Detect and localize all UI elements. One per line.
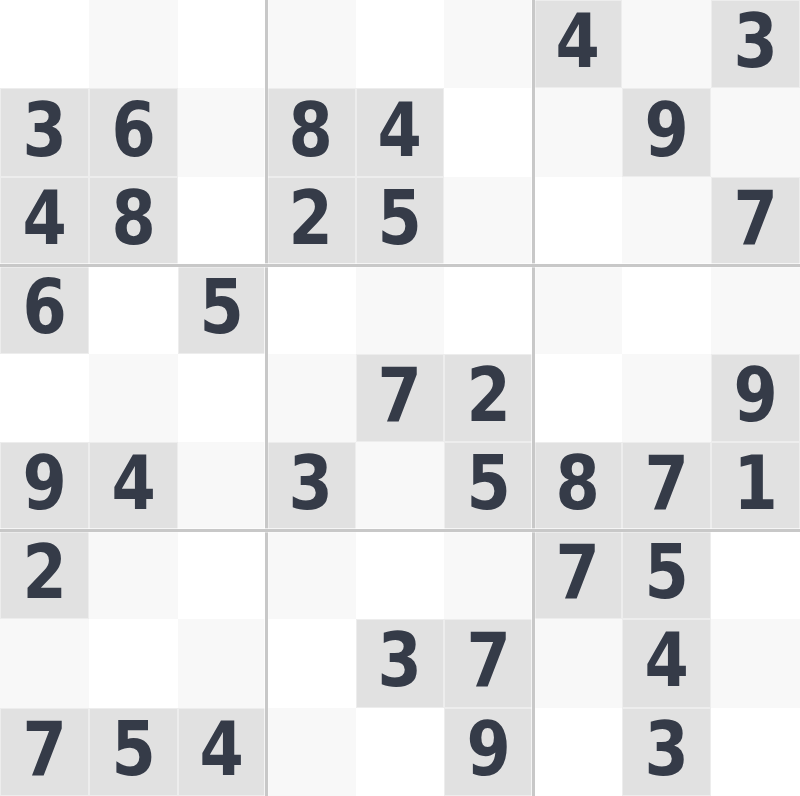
digit: 2 bbox=[467, 358, 511, 438]
sudoku-cell-r6c5[interactable] bbox=[356, 442, 445, 530]
sudoku-cell-r4c2[interactable] bbox=[89, 265, 178, 353]
sudoku-cell-r3c8[interactable] bbox=[622, 177, 711, 265]
sudoku-cell-r9c7[interactable] bbox=[533, 708, 622, 796]
digit: 7 bbox=[467, 623, 511, 703]
digit: 4 bbox=[200, 712, 244, 792]
sudoku-cell-r6c8[interactable]: 7 bbox=[622, 442, 711, 530]
sudoku-cell-r1c3[interactable] bbox=[178, 0, 267, 88]
digit: 9 bbox=[733, 358, 777, 438]
sudoku-board: 43368494825765729943587127537475493 bbox=[0, 0, 800, 796]
sudoku-cell-r3c6[interactable] bbox=[444, 177, 533, 265]
sudoku-cell-r8c5[interactable]: 3 bbox=[356, 619, 445, 707]
sudoku-cell-r8c8[interactable]: 4 bbox=[622, 619, 711, 707]
sudoku-cell-r4c7[interactable] bbox=[533, 265, 622, 353]
digit: 3 bbox=[289, 446, 333, 526]
digit: 5 bbox=[645, 535, 689, 615]
sudoku-cell-r6c1[interactable]: 9 bbox=[0, 442, 89, 530]
sudoku-cell-r7c3[interactable] bbox=[178, 531, 267, 619]
sudoku-cell-r7c2[interactable] bbox=[89, 531, 178, 619]
sudoku-cell-r9c8[interactable]: 3 bbox=[622, 708, 711, 796]
sudoku-cell-r6c2[interactable]: 4 bbox=[89, 442, 178, 530]
digit: 9 bbox=[645, 93, 689, 173]
sudoku-cell-r5c5[interactable]: 7 bbox=[356, 354, 445, 442]
sudoku-cell-r5c6[interactable]: 2 bbox=[444, 354, 533, 442]
sudoku-cell-r1c8[interactable] bbox=[622, 0, 711, 88]
sudoku-cell-r5c7[interactable] bbox=[533, 354, 622, 442]
sudoku-cell-r3c7[interactable] bbox=[533, 177, 622, 265]
sudoku-cell-r5c2[interactable] bbox=[89, 354, 178, 442]
sudoku-cell-r4c9[interactable] bbox=[711, 265, 800, 353]
sudoku-cell-r1c7[interactable]: 4 bbox=[533, 0, 622, 88]
digit: 5 bbox=[467, 446, 511, 526]
sudoku-cell-r3c4[interactable]: 2 bbox=[267, 177, 356, 265]
sudoku-cell-r4c8[interactable] bbox=[622, 265, 711, 353]
sudoku-cell-r7c1[interactable]: 2 bbox=[0, 531, 89, 619]
digit: 7 bbox=[733, 181, 777, 261]
sudoku-cell-r4c1[interactable]: 6 bbox=[0, 265, 89, 353]
sudoku-cell-r4c6[interactable] bbox=[444, 265, 533, 353]
sudoku-cell-r1c2[interactable] bbox=[89, 0, 178, 88]
digit: 3 bbox=[645, 712, 689, 792]
digit: 7 bbox=[645, 446, 689, 526]
sudoku-cell-r3c9[interactable]: 7 bbox=[711, 177, 800, 265]
sudoku-cell-r5c4[interactable] bbox=[267, 354, 356, 442]
sudoku-cell-r9c1[interactable]: 7 bbox=[0, 708, 89, 796]
sudoku-cell-r3c1[interactable]: 4 bbox=[0, 177, 89, 265]
digit: 5 bbox=[200, 270, 244, 350]
digit: 5 bbox=[378, 181, 422, 261]
sudoku-cell-r8c9[interactable] bbox=[711, 619, 800, 707]
digit: 4 bbox=[556, 4, 600, 84]
digit: 9 bbox=[22, 446, 66, 526]
sudoku-cell-r2c9[interactable] bbox=[711, 88, 800, 176]
sudoku-cell-r6c7[interactable]: 8 bbox=[533, 442, 622, 530]
sudoku-cell-r9c5[interactable] bbox=[356, 708, 445, 796]
digit: 2 bbox=[22, 535, 66, 615]
sudoku-cell-r2c3[interactable] bbox=[178, 88, 267, 176]
sudoku-cell-r8c6[interactable]: 7 bbox=[444, 619, 533, 707]
sudoku-cell-r5c3[interactable] bbox=[178, 354, 267, 442]
digit: 3 bbox=[378, 623, 422, 703]
digit: 7 bbox=[556, 535, 600, 615]
sudoku-cell-r6c4[interactable]: 3 bbox=[267, 442, 356, 530]
sudoku-cell-r6c9[interactable]: 1 bbox=[711, 442, 800, 530]
digit: 7 bbox=[22, 712, 66, 792]
digit: 8 bbox=[556, 446, 600, 526]
digit: 4 bbox=[22, 181, 66, 261]
sudoku-cell-r9c3[interactable]: 4 bbox=[178, 708, 267, 796]
sudoku-cell-r1c6[interactable] bbox=[444, 0, 533, 88]
digit: 3 bbox=[733, 4, 777, 84]
digit: 8 bbox=[289, 93, 333, 173]
sudoku-cell-r4c3[interactable]: 5 bbox=[178, 265, 267, 353]
sudoku-cell-r3c3[interactable] bbox=[178, 177, 267, 265]
digit: 9 bbox=[467, 712, 511, 792]
digit: 4 bbox=[645, 623, 689, 703]
digit: 8 bbox=[111, 181, 155, 261]
sudoku-cell-r7c8[interactable]: 5 bbox=[622, 531, 711, 619]
digit: 6 bbox=[111, 93, 155, 173]
sudoku-cell-r6c6[interactable]: 5 bbox=[444, 442, 533, 530]
sudoku-cell-r2c8[interactable]: 9 bbox=[622, 88, 711, 176]
digit: 3 bbox=[22, 93, 66, 173]
sudoku-cell-r2c6[interactable] bbox=[444, 88, 533, 176]
sudoku-cell-r4c4[interactable] bbox=[267, 265, 356, 353]
digit: 4 bbox=[378, 93, 422, 173]
sudoku-cell-r7c9[interactable] bbox=[711, 531, 800, 619]
sudoku-cell-r7c5[interactable] bbox=[356, 531, 445, 619]
sudoku-cell-r1c4[interactable] bbox=[267, 0, 356, 88]
sudoku-cell-r8c7[interactable] bbox=[533, 619, 622, 707]
sudoku-cell-r5c9[interactable]: 9 bbox=[711, 354, 800, 442]
sudoku-cell-r7c6[interactable] bbox=[444, 531, 533, 619]
sudoku-cell-r9c9[interactable] bbox=[711, 708, 800, 796]
sudoku-cell-r2c1[interactable]: 3 bbox=[0, 88, 89, 176]
sudoku-cell-r8c3[interactable] bbox=[178, 619, 267, 707]
sudoku-cell-r8c1[interactable] bbox=[0, 619, 89, 707]
sudoku-cell-r5c8[interactable] bbox=[622, 354, 711, 442]
sudoku-cell-r1c5[interactable] bbox=[356, 0, 445, 88]
sudoku-cell-r8c4[interactable] bbox=[267, 619, 356, 707]
sudoku-cell-r2c5[interactable]: 4 bbox=[356, 88, 445, 176]
digit: 4 bbox=[111, 446, 155, 526]
digit: 2 bbox=[289, 181, 333, 261]
digit: 1 bbox=[733, 446, 777, 526]
digit: 5 bbox=[111, 712, 155, 792]
sudoku-cell-r9c4[interactable] bbox=[267, 708, 356, 796]
sudoku-cell-r3c5[interactable]: 5 bbox=[356, 177, 445, 265]
sudoku-cell-r4c5[interactable] bbox=[356, 265, 445, 353]
sudoku-cell-r5c1[interactable] bbox=[0, 354, 89, 442]
sudoku-cell-r1c9[interactable]: 3 bbox=[711, 0, 800, 88]
digit: 6 bbox=[22, 270, 66, 350]
sudoku-cell-r9c2[interactable]: 5 bbox=[89, 708, 178, 796]
sudoku-cell-r9c6[interactable]: 9 bbox=[444, 708, 533, 796]
sudoku-cell-r8c2[interactable] bbox=[89, 619, 178, 707]
sudoku-cell-r2c2[interactable]: 6 bbox=[89, 88, 178, 176]
sudoku-cell-r3c2[interactable]: 8 bbox=[89, 177, 178, 265]
sudoku-cell-r6c3[interactable] bbox=[178, 442, 267, 530]
sudoku-cell-r2c7[interactable] bbox=[533, 88, 622, 176]
sudoku-cell-r2c4[interactable]: 8 bbox=[267, 88, 356, 176]
sudoku-cell-r7c4[interactable] bbox=[267, 531, 356, 619]
digit: 7 bbox=[378, 358, 422, 438]
sudoku-cell-r7c7[interactable]: 7 bbox=[533, 531, 622, 619]
sudoku-cell-r1c1[interactable] bbox=[0, 0, 89, 88]
